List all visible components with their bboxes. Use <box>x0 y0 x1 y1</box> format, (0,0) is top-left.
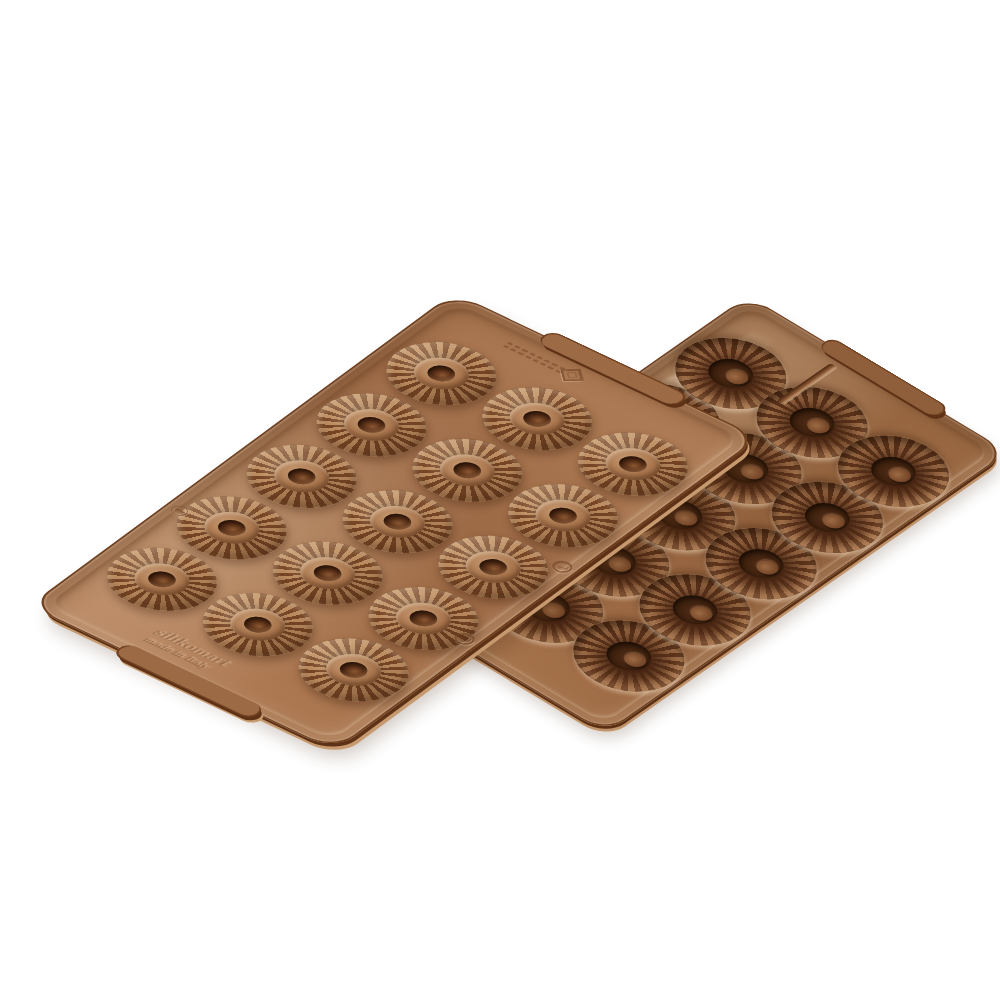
product-photo-scene: silikomart made in Italy <box>0 0 1000 1000</box>
